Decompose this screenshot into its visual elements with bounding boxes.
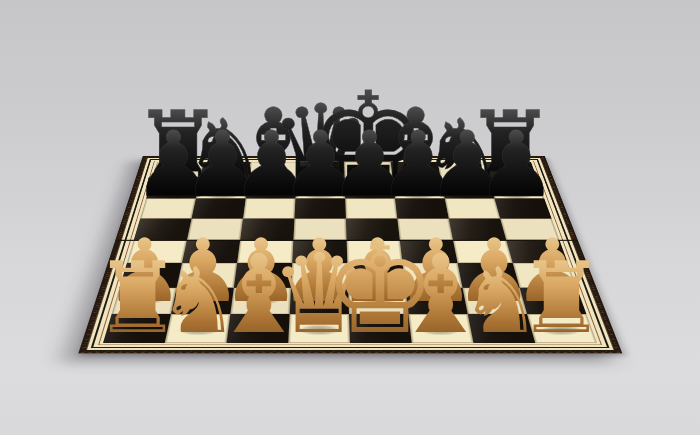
square-b8: [200, 162, 251, 180]
square-e7: [345, 180, 395, 199]
square-e2: [348, 288, 408, 315]
square-e1: [349, 314, 412, 343]
square-f8: [391, 162, 441, 180]
square-h8: [484, 162, 537, 180]
square-a4: [127, 240, 187, 263]
square-f6: [395, 198, 449, 218]
square-h2: [520, 288, 587, 315]
square-e6: [345, 198, 397, 218]
square-g5: [449, 219, 506, 240]
square-d5: [293, 219, 346, 240]
square-c6: [243, 198, 295, 218]
square-f1: [408, 314, 473, 343]
square-g6: [445, 198, 500, 218]
square-f2: [405, 288, 467, 315]
square-g2: [462, 288, 527, 315]
square-d6: [294, 198, 345, 218]
square-b7: [196, 180, 248, 199]
square-h4: [506, 240, 568, 263]
square-c2: [230, 288, 291, 315]
square-c5: [240, 219, 294, 240]
square-g3: [458, 263, 520, 288]
chess-board: [78, 156, 622, 353]
square-e8: [344, 162, 393, 180]
square-g8: [437, 162, 489, 180]
square-f5: [397, 219, 453, 240]
square-a6: [140, 198, 196, 218]
square-g4: [453, 240, 513, 263]
square-c1: [226, 314, 289, 343]
square-a1: [103, 314, 171, 343]
square-c7: [246, 180, 297, 199]
square-b2: [171, 288, 234, 315]
square-h3: [513, 263, 577, 288]
square-e3: [347, 263, 405, 288]
board-fold-seam: [115, 240, 578, 241]
square-d1: [288, 314, 350, 343]
square-a7: [146, 180, 200, 199]
square-a3: [120, 263, 182, 288]
square-d3: [291, 263, 348, 288]
square-b6: [192, 198, 246, 218]
square-h7: [489, 180, 544, 199]
square-d4: [292, 240, 347, 263]
square-a5: [134, 219, 192, 240]
square-f7: [393, 180, 445, 199]
square-b4: [182, 240, 240, 263]
square-h5: [500, 219, 559, 240]
square-d8: [296, 162, 344, 180]
square-b3: [177, 263, 237, 288]
square-a2: [112, 288, 177, 315]
board-grid: [103, 162, 597, 343]
photo-scene: ♜♞♝♛♚♝♞♜♟♟♟♟♟♟♟♟♟♟♟♟♟♟♟♟♜♞♝♛♚♝♞♜: [0, 0, 700, 435]
square-e4: [347, 240, 403, 263]
square-c8: [248, 162, 297, 180]
square-f4: [400, 240, 458, 263]
square-d7: [295, 180, 345, 199]
square-e5: [346, 219, 400, 240]
square-g1: [468, 314, 535, 343]
square-h6: [495, 198, 552, 218]
square-b1: [165, 314, 231, 343]
square-c4: [237, 240, 293, 263]
square-b5: [187, 219, 243, 240]
square-f3: [402, 263, 462, 288]
square-c3: [234, 263, 292, 288]
square-h1: [527, 314, 597, 343]
square-g7: [441, 180, 495, 199]
square-a8: [152, 162, 204, 180]
square-d2: [290, 288, 349, 315]
